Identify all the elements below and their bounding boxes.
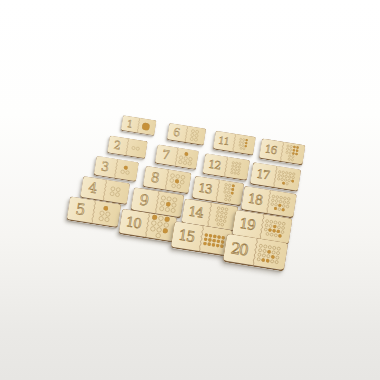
engraved-numeral: 17 [256,168,270,182]
outline-dot [275,199,278,202]
outline-dot [228,198,231,201]
dot-row [216,222,223,226]
engraved-numeral: 10 [125,215,141,231]
filled-dot [164,216,170,222]
outline-dot [172,197,177,202]
engraved-numeral: 5 [74,201,85,217]
outline-dot [262,253,266,257]
outline-dot [155,233,161,239]
outline-dot [281,226,285,230]
filled-dot [209,234,213,238]
filled-dot [142,122,151,131]
engraved-numeral: 1 [126,119,134,130]
outline-dot [160,201,165,206]
outline-dot [110,191,115,196]
engraved-numeral: 2 [113,139,122,151]
filled-dot [267,250,271,254]
outline-dot [278,207,281,210]
filled-dot [282,182,285,185]
outline-dot [223,219,227,223]
outline-dot [243,147,246,150]
engraved-numeral: 8 [150,170,160,185]
outline-dot [285,182,288,185]
outline-dot [272,250,276,254]
filled-dot [213,234,217,238]
outline-dot [269,224,273,228]
filled-dot [261,258,265,262]
outline-dot [291,158,294,161]
filled-dot [221,240,225,244]
outline-dot [190,137,194,141]
outline-dot [282,222,286,226]
filled-dot [221,236,225,240]
filled-dot [272,229,276,233]
outline-dot [216,222,220,226]
dot-row [178,160,192,166]
filled-dot [276,230,280,234]
dot-row [132,146,140,151]
filled-dot [163,228,169,234]
outline-dot [278,221,282,225]
outline-dot [272,246,276,250]
outline-dot [159,206,164,211]
outline-dot [276,195,279,198]
dot-row [120,170,129,175]
outline-dot [171,183,176,188]
filled-dot [212,243,216,247]
outline-dot [282,204,285,207]
outline-dot [269,220,273,224]
filled-dot [281,208,284,211]
outline-dot [150,226,156,232]
outline-dot [169,178,174,183]
outline-dot [220,223,224,227]
filled-dot [268,228,272,232]
filled-dot [152,215,158,221]
outline-dot [275,256,279,260]
outline-dot [171,202,176,207]
filled-dot [273,225,277,229]
dot-row [288,158,294,161]
outline-dot [277,225,281,229]
engraved-numeral: 19 [238,216,255,232]
outline-dot [283,200,286,203]
engraved-numeral: 15 [177,228,194,245]
dot-row [240,147,246,150]
outline-dot [105,211,110,216]
outline-dot [167,196,172,201]
outline-dot [156,227,162,233]
dot-row [155,233,161,239]
filled-dot [278,234,282,238]
filled-dot [271,255,275,259]
dot-row [282,182,289,186]
filled-dot [220,244,224,248]
filled-dot [266,259,270,263]
outline-dot [99,210,104,215]
engraved-numeral: 6 [173,127,181,139]
dot-row [99,216,110,222]
outline-dot [270,233,274,237]
engraved-numeral: 14 [188,205,204,220]
outline-dot [274,233,278,237]
product-photo: 1234567891011121314151617181920 [0,0,380,380]
filled-dot [166,201,171,206]
outline-dot [283,197,286,200]
filled-dot [208,238,212,242]
outline-dot [225,207,229,211]
engraved-numeral: 11 [218,135,230,146]
outline-dot [279,196,282,199]
outline-dot [263,244,267,248]
filled-dot [216,243,220,247]
filled-dot [212,239,216,243]
outline-dot [99,216,104,221]
dot-row [103,205,108,210]
outline-dot [286,205,289,208]
outline-dot [224,215,228,219]
filled-dot [103,205,108,210]
dot-row [142,122,151,131]
outline-dot [286,201,289,204]
outline-dot [224,198,227,201]
outline-dot [136,147,140,151]
outline-dot [279,200,282,203]
engraved-numeral: 12 [208,158,221,171]
outline-dot [194,138,198,142]
outline-dot [275,260,279,264]
outline-dot [161,195,166,200]
engraved-numeral: 16 [264,143,277,155]
outline-dot [277,247,281,251]
dot-row [224,198,231,202]
outline-dot [266,254,270,258]
outline-dot [274,203,277,206]
outline-dot [151,220,157,226]
outline-dot [188,161,192,165]
dot-row [230,171,239,175]
puzzle-card-1[interactable]: 1 [120,115,156,136]
outline-dot [158,215,164,221]
engraved-numeral: 4 [87,181,97,196]
filled-dot [274,207,277,210]
dot-row [110,191,120,197]
engraved-numeral: 20 [230,241,248,258]
outline-dot [268,245,272,249]
puzzle-card-16[interactable]: 16 [259,138,306,165]
filled-dot [216,239,220,243]
outline-dot [125,170,129,174]
outline-dot [237,172,240,175]
outline-dot [183,160,187,164]
outline-dot [281,230,285,234]
outline-dot [163,222,169,228]
engraved-numeral: 7 [161,148,170,161]
dot-row [274,207,285,212]
filled-dot [278,204,281,207]
outline-dot [157,221,163,227]
puzzle-card-11[interactable]: 11 [213,130,257,155]
outline-dot [104,217,109,222]
outline-dot [178,160,182,164]
outline-dot [171,208,176,213]
engraved-numeral: 18 [247,192,263,207]
outline-dot [177,184,182,189]
outline-dot [276,251,280,255]
filled-dot [217,235,221,239]
engraved-numeral: 9 [138,192,149,208]
outline-dot [224,211,228,215]
outline-dot [270,259,274,263]
puzzle-card-6[interactable]: 6 [167,123,207,146]
dot-row [190,137,198,141]
outline-dot [287,197,290,200]
filled-dot [207,242,211,246]
dot-row [171,183,181,189]
filled-dot [295,152,298,155]
engraved-numeral: 3 [100,160,110,174]
outline-dot [120,170,124,174]
outline-dot [132,146,136,150]
outline-dot [115,192,120,197]
filled-dot [291,179,294,182]
engraved-numeral: 13 [198,182,213,196]
puzzle-card-7[interactable]: 7 [154,144,199,170]
outline-dot [265,232,269,236]
outline-dot [165,207,170,212]
outline-dot [263,249,267,253]
puzzle-card-2[interactable]: 2 [107,135,148,159]
outline-dot [274,221,278,225]
